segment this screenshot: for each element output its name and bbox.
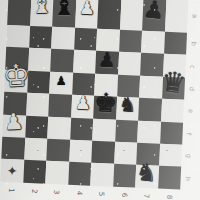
rank-number-label: 6 <box>112 188 135 200</box>
square-e3[interactable] <box>48 94 71 117</box>
square-c6[interactable] <box>118 52 141 75</box>
square-b1[interactable] <box>6 25 29 48</box>
square-a7[interactable]: ♟ <box>142 0 166 32</box>
chess-board: ♝♝♟♟♟♚♟♛♟♚♞♟✦♞ <box>0 0 188 189</box>
square-f1[interactable]: ♟ <box>2 114 25 137</box>
chessboard-photo: ✦ US CHESS ♝♝♟♟♟♚♟♛♟♚♞♟✦♞ 12345678 abcde… <box>0 0 200 200</box>
square-e4[interactable]: ♟ <box>71 95 94 118</box>
square-g5[interactable] <box>91 141 114 164</box>
square-d3[interactable]: ♟ <box>49 72 72 95</box>
square-a5[interactable] <box>97 0 121 30</box>
square-c3[interactable] <box>50 49 73 72</box>
square-h2[interactable] <box>23 160 46 183</box>
square-a6[interactable] <box>120 0 144 31</box>
square-c5[interactable]: ♟ <box>95 51 118 74</box>
rank-number-label: 8 <box>157 190 180 200</box>
square-e6[interactable]: ♞ <box>116 97 139 120</box>
square-c7[interactable] <box>140 53 163 76</box>
square-f3[interactable] <box>47 116 70 139</box>
square-g3[interactable] <box>46 139 69 162</box>
square-e2[interactable] <box>26 93 49 116</box>
square-h4[interactable] <box>68 162 91 185</box>
piece-white-pawn[interactable]: ♟ <box>74 94 91 112</box>
file-letter-label: g <box>183 145 200 168</box>
piece-black-knight[interactable]: ♞ <box>135 159 159 185</box>
square-a8[interactable] <box>165 0 189 33</box>
square-d1[interactable]: ♚ <box>4 70 27 93</box>
square-f4[interactable] <box>70 117 93 140</box>
square-b4[interactable] <box>74 28 97 51</box>
rank-number-label: 2 <box>22 184 45 198</box>
rank-number-label: 3 <box>45 185 68 199</box>
rank-number-label: 7 <box>135 189 158 200</box>
rank-number-label: 4 <box>67 186 90 200</box>
square-b6[interactable] <box>119 30 142 53</box>
square-g8[interactable] <box>159 144 182 167</box>
file-letter-label: h <box>182 167 199 190</box>
file-letter-label: f <box>184 122 200 145</box>
file-letter-label: b <box>188 33 200 56</box>
square-f5[interactable] <box>92 118 115 141</box>
file-letter-label: a <box>189 0 200 34</box>
square-a2[interactable]: ♝ <box>30 0 54 27</box>
piece-black-pawn[interactable]: ♟ <box>142 0 166 23</box>
square-b2[interactable] <box>29 26 52 49</box>
square-h3[interactable] <box>45 161 68 184</box>
square-h6[interactable] <box>113 164 136 187</box>
rank-number-label: 5 <box>90 187 113 200</box>
piece-black-pawn[interactable]: ♟ <box>56 75 67 87</box>
square-e7[interactable] <box>138 98 161 121</box>
square-b3[interactable] <box>51 27 74 50</box>
file-letter-label: d <box>186 78 200 101</box>
square-h7[interactable]: ♞ <box>135 165 158 188</box>
square-e5[interactable]: ♚ <box>93 96 116 119</box>
square-g4[interactable] <box>69 140 92 163</box>
piece-black-pawn[interactable]: ♟ <box>98 49 117 70</box>
square-b8[interactable] <box>164 32 187 55</box>
rank-number-label: 1 <box>0 183 23 197</box>
square-g2[interactable] <box>24 138 47 161</box>
square-a1[interactable] <box>7 0 31 26</box>
square-h5[interactable] <box>90 163 113 186</box>
file-letter-label: e <box>185 100 200 123</box>
file-letter-label: c <box>187 55 200 78</box>
square-c4[interactable] <box>73 50 96 73</box>
piece-white-bishop[interactable]: ♝ <box>31 0 53 17</box>
piece-black-bishop[interactable]: ♝ <box>53 0 75 18</box>
square-b7[interactable] <box>141 31 164 54</box>
piece-black-knight[interactable]: ♞ <box>118 94 138 115</box>
square-h8[interactable] <box>158 166 181 189</box>
square-f6[interactable] <box>115 119 138 142</box>
square-g6[interactable] <box>114 142 137 165</box>
square-d2[interactable] <box>27 71 50 94</box>
square-c2[interactable] <box>28 48 51 71</box>
square-d8[interactable]: ♛ <box>162 76 185 99</box>
square-h1[interactable]: ✦ <box>0 159 23 182</box>
square-a3[interactable]: ♝ <box>52 0 76 28</box>
piece-white-pawn[interactable]: ♟ <box>78 0 95 17</box>
square-g1[interactable] <box>1 137 24 160</box>
square-f7[interactable] <box>137 120 160 143</box>
square-e8[interactable] <box>161 99 184 122</box>
square-a4[interactable]: ♟ <box>75 0 99 29</box>
square-f8[interactable] <box>160 121 183 144</box>
piece-black-queen[interactable]: ♛ <box>159 68 188 99</box>
piece-white-pawn[interactable]: ♟ <box>4 111 25 134</box>
piece-black-king[interactable]: ♚ <box>93 89 118 116</box>
vinyl-board: ✦ US CHESS ♝♝♟♟♟♚♟♛♟♚♞♟✦♞ 12345678 abcde… <box>0 0 200 200</box>
us-chess-logo: ✦ <box>6 163 18 178</box>
square-f2[interactable] <box>25 115 48 138</box>
